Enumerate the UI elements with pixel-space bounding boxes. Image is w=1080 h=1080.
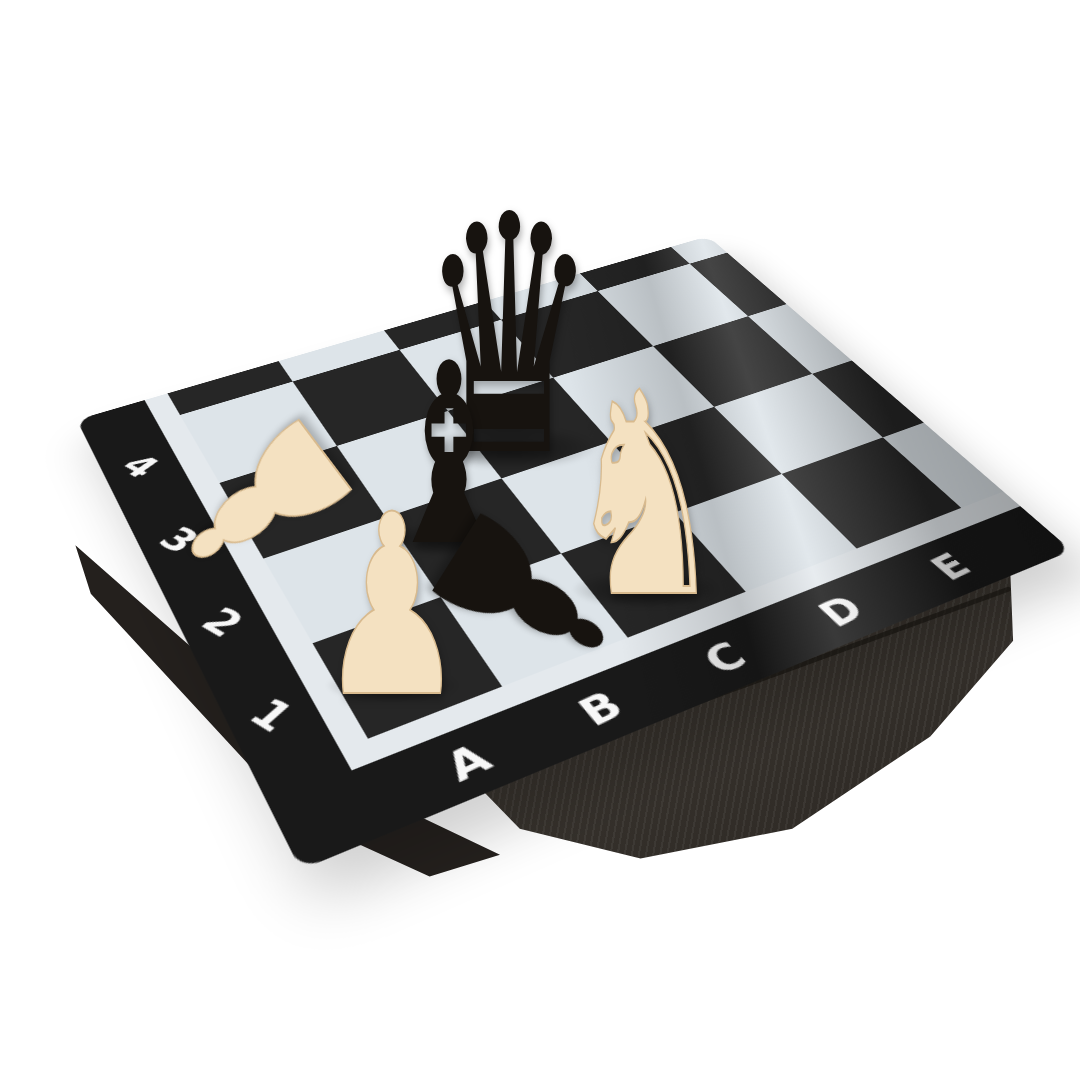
product-photo-stage: 4321ABCDE ♛♝♟♞♟♟ xyxy=(0,0,1080,1080)
